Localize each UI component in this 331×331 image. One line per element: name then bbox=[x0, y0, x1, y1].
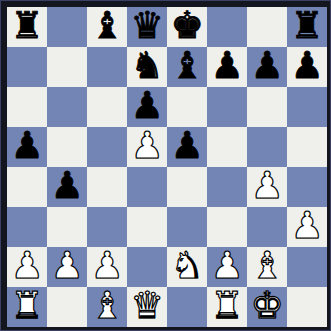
square-h1[interactable] bbox=[287, 287, 327, 327]
square-d1[interactable]: ♛ bbox=[127, 287, 167, 327]
piece-white-pawn: ♟ bbox=[210, 246, 243, 286]
square-g1[interactable]: ♚ bbox=[247, 287, 287, 327]
square-e3[interactable] bbox=[167, 207, 207, 247]
piece-white-bishop: ♝ bbox=[90, 286, 123, 326]
piece-white-queen: ♛ bbox=[130, 286, 163, 326]
square-c4[interactable] bbox=[87, 167, 127, 207]
square-b7[interactable] bbox=[47, 47, 87, 87]
square-d4[interactable] bbox=[127, 167, 167, 207]
square-a8[interactable]: ♜ bbox=[7, 7, 47, 47]
piece-black-king: ♚ bbox=[170, 6, 203, 46]
square-b8[interactable] bbox=[47, 7, 87, 47]
square-f6[interactable] bbox=[207, 87, 247, 127]
piece-black-pawn: ♟ bbox=[10, 126, 43, 166]
square-c6[interactable] bbox=[87, 87, 127, 127]
square-d8[interactable]: ♛ bbox=[127, 7, 167, 47]
square-f1[interactable]: ♜ bbox=[207, 287, 247, 327]
square-b5[interactable] bbox=[47, 127, 87, 167]
square-e4[interactable] bbox=[167, 167, 207, 207]
piece-black-pawn: ♟ bbox=[290, 46, 323, 86]
square-h8[interactable]: ♜ bbox=[287, 7, 327, 47]
square-b1[interactable] bbox=[47, 287, 87, 327]
piece-black-knight: ♞ bbox=[130, 46, 163, 86]
square-h4[interactable] bbox=[287, 167, 327, 207]
square-c7[interactable] bbox=[87, 47, 127, 87]
square-h5[interactable] bbox=[287, 127, 327, 167]
piece-black-pawn: ♟ bbox=[210, 46, 243, 86]
square-f2[interactable]: ♟ bbox=[207, 247, 247, 287]
square-g4[interactable]: ♟ bbox=[247, 167, 287, 207]
piece-black-rook: ♜ bbox=[290, 6, 323, 46]
square-e8[interactable]: ♚ bbox=[167, 7, 207, 47]
square-c8[interactable]: ♝ bbox=[87, 7, 127, 47]
piece-white-pawn: ♟ bbox=[10, 246, 43, 286]
piece-white-bishop: ♝ bbox=[250, 246, 283, 286]
piece-white-pawn: ♟ bbox=[290, 206, 323, 246]
square-f3[interactable] bbox=[207, 207, 247, 247]
piece-white-rook: ♜ bbox=[10, 286, 43, 326]
square-d2[interactable] bbox=[127, 247, 167, 287]
square-b4[interactable]: ♟ bbox=[47, 167, 87, 207]
piece-white-king: ♚ bbox=[250, 286, 283, 326]
piece-black-bishop: ♝ bbox=[90, 6, 123, 46]
piece-black-rook: ♜ bbox=[10, 6, 43, 46]
square-e6[interactable] bbox=[167, 87, 207, 127]
piece-black-pawn: ♟ bbox=[130, 86, 163, 126]
piece-white-knight: ♞ bbox=[170, 246, 203, 286]
square-c5[interactable] bbox=[87, 127, 127, 167]
piece-black-bishop: ♝ bbox=[170, 46, 203, 86]
square-g2[interactable]: ♝ bbox=[247, 247, 287, 287]
square-a3[interactable] bbox=[7, 207, 47, 247]
square-e2[interactable]: ♞ bbox=[167, 247, 207, 287]
square-g6[interactable] bbox=[247, 87, 287, 127]
piece-black-pawn: ♟ bbox=[50, 166, 83, 206]
square-d6[interactable]: ♟ bbox=[127, 87, 167, 127]
square-a1[interactable]: ♜ bbox=[7, 287, 47, 327]
square-b3[interactable] bbox=[47, 207, 87, 247]
square-g8[interactable] bbox=[247, 7, 287, 47]
square-f8[interactable] bbox=[207, 7, 247, 47]
square-a6[interactable] bbox=[7, 87, 47, 127]
square-a4[interactable] bbox=[7, 167, 47, 207]
square-e7[interactable]: ♝ bbox=[167, 47, 207, 87]
square-d5[interactable]: ♟ bbox=[127, 127, 167, 167]
square-b6[interactable] bbox=[47, 87, 87, 127]
square-c1[interactable]: ♝ bbox=[87, 287, 127, 327]
square-g7[interactable]: ♟ bbox=[247, 47, 287, 87]
chess-board: ♜♝♛♚♜♞♝♟♟♟♟♟♟♟♟♟♟♟♟♟♞♟♝♜♝♛♜♚ bbox=[7, 7, 327, 327]
square-h2[interactable] bbox=[287, 247, 327, 287]
square-c3[interactable] bbox=[87, 207, 127, 247]
square-f5[interactable] bbox=[207, 127, 247, 167]
piece-black-pawn: ♟ bbox=[250, 46, 283, 86]
square-h6[interactable] bbox=[287, 87, 327, 127]
piece-white-pawn: ♟ bbox=[130, 126, 163, 166]
square-a2[interactable]: ♟ bbox=[7, 247, 47, 287]
piece-black-queen: ♛ bbox=[130, 6, 163, 46]
square-f4[interactable] bbox=[207, 167, 247, 207]
square-a7[interactable] bbox=[7, 47, 47, 87]
square-b2[interactable]: ♟ bbox=[47, 247, 87, 287]
square-e1[interactable] bbox=[167, 287, 207, 327]
square-c2[interactable]: ♟ bbox=[87, 247, 127, 287]
piece-white-pawn: ♟ bbox=[50, 246, 83, 286]
square-g3[interactable] bbox=[247, 207, 287, 247]
square-h3[interactable]: ♟ bbox=[287, 207, 327, 247]
piece-black-pawn: ♟ bbox=[170, 126, 203, 166]
square-f7[interactable]: ♟ bbox=[207, 47, 247, 87]
piece-white-pawn: ♟ bbox=[90, 246, 123, 286]
square-g5[interactable] bbox=[247, 127, 287, 167]
piece-white-rook: ♜ bbox=[210, 286, 243, 326]
square-a5[interactable]: ♟ bbox=[7, 127, 47, 167]
piece-white-pawn: ♟ bbox=[250, 166, 283, 206]
square-e5[interactable]: ♟ bbox=[167, 127, 207, 167]
chess-board-frame: ♜♝♛♚♜♞♝♟♟♟♟♟♟♟♟♟♟♟♟♟♞♟♝♜♝♛♜♚ bbox=[0, 0, 331, 331]
square-d3[interactable] bbox=[127, 207, 167, 247]
square-d7[interactable]: ♞ bbox=[127, 47, 167, 87]
square-h7[interactable]: ♟ bbox=[287, 47, 327, 87]
